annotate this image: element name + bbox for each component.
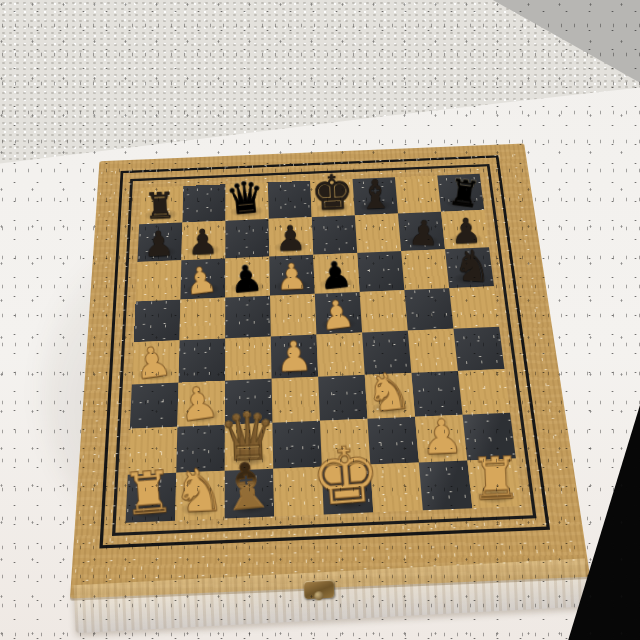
square-e1[interactable]: ♚ xyxy=(322,465,373,515)
piece-black-queen-c8[interactable]: ♛ xyxy=(224,177,266,221)
square-g7[interactable]: ♟ xyxy=(398,212,445,251)
square-d6[interactable]: ♟ xyxy=(269,255,315,296)
square-d4[interactable]: ♟ xyxy=(271,335,318,379)
chess-box: ♜♛♚♝♜♟♟♟♟♟♟♟♟♟♞♟♟♟♟♞♛♟♜♞♝♚♜ xyxy=(76,102,563,593)
square-b1[interactable]: ♞ xyxy=(175,471,225,521)
square-a6[interactable] xyxy=(136,260,182,301)
square-g8[interactable] xyxy=(395,175,441,213)
square-g6[interactable] xyxy=(401,249,449,290)
square-f6[interactable] xyxy=(357,251,404,292)
photo-stage: ♜♛♚♝♜♟♟♟♟♟♟♟♟♟♞♟♟♟♟♞♛♟♜♞♝♚♜ xyxy=(0,0,640,640)
square-c5[interactable] xyxy=(225,296,271,339)
square-c1[interactable]: ♝ xyxy=(225,469,275,519)
square-h1[interactable]: ♜ xyxy=(467,459,522,509)
piece-black-pawn-e6[interactable]: ♟ xyxy=(317,256,353,294)
piece-black-bishop-f8[interactable]: ♝ xyxy=(357,176,394,215)
square-d3[interactable] xyxy=(272,377,320,423)
pinstripe-outer: ♜♛♚♝♜♟♟♟♟♟♟♟♟♟♞♟♟♟♟♞♛♟♜♞♝♚♜ xyxy=(99,155,550,548)
piece-white-pawn-a4[interactable]: ♟ xyxy=(131,341,174,385)
pinstripe-inner: ♜♛♚♝♜♟♟♟♟♟♟♟♟♟♞♟♟♟♟♞♛♟♜♞♝♚♜ xyxy=(112,164,537,536)
square-h5[interactable] xyxy=(449,286,499,328)
square-b8[interactable] xyxy=(182,184,225,222)
square-h6[interactable]: ♞ xyxy=(445,247,494,288)
board-tilt: ♜♛♚♝♜♟♟♟♟♟♟♟♟♟♞♟♟♟♟♞♛♟♜♞♝♚♜ xyxy=(70,143,590,598)
square-f5[interactable] xyxy=(360,290,408,332)
square-f8[interactable]: ♝ xyxy=(353,177,398,215)
square-h4[interactable] xyxy=(453,327,504,371)
piece-black-pawn-a7[interactable]: ♟ xyxy=(143,227,175,261)
square-e7[interactable] xyxy=(312,215,357,254)
square-a5[interactable] xyxy=(134,299,181,342)
board-grid: ♜♛♚♝♜♟♟♟♟♟♟♟♟♟♞♟♟♟♟♞♛♟♜♞♝♚♜ xyxy=(126,174,522,523)
square-e6[interactable]: ♟ xyxy=(313,253,359,294)
piece-white-pawn-e5[interactable]: ♟ xyxy=(317,294,356,335)
square-e4[interactable] xyxy=(316,333,364,377)
square-g1[interactable] xyxy=(419,461,473,511)
piece-black-pawn-c6[interactable]: ♟ xyxy=(228,260,263,297)
brass-clasp-icon xyxy=(304,580,335,600)
piece-black-pawn-b7[interactable]: ♟ xyxy=(187,225,219,259)
piece-black-pawn-g7[interactable]: ♟ xyxy=(407,216,439,250)
piece-black-rook-h8[interactable]: ♜ xyxy=(446,174,482,212)
piece-black-king-e8[interactable]: ♚ xyxy=(310,169,355,216)
square-e3[interactable] xyxy=(318,375,367,421)
piece-white-rook-a1[interactable]: ♜ xyxy=(120,464,176,523)
square-c7[interactable] xyxy=(225,219,269,259)
piece-white-pawn-b3[interactable]: ♟ xyxy=(176,380,222,428)
square-a4[interactable]: ♟ xyxy=(132,340,180,384)
piece-black-pawn-d7[interactable]: ♟ xyxy=(274,222,306,256)
piece-white-pawn-d4[interactable]: ♟ xyxy=(275,337,314,378)
piece-white-pawn-d6[interactable]: ♟ xyxy=(275,259,309,295)
square-h3[interactable] xyxy=(458,369,510,415)
piece-white-knight-f3[interactable]: ♞ xyxy=(363,366,414,420)
square-a7[interactable]: ♟ xyxy=(137,222,182,262)
square-e5[interactable]: ♟ xyxy=(315,292,362,335)
piece-black-rook-a8[interactable]: ♜ xyxy=(143,188,176,223)
piece-white-king-e1[interactable]: ♚ xyxy=(308,436,383,515)
square-a1[interactable]: ♜ xyxy=(126,473,177,523)
square-b7[interactable]: ♟ xyxy=(181,221,225,261)
piece-black-knight-h6[interactable]: ♞ xyxy=(452,245,493,288)
square-c6[interactable]: ♟ xyxy=(225,257,270,298)
square-b5[interactable] xyxy=(179,298,225,341)
square-h8[interactable]: ♜ xyxy=(437,174,484,212)
square-g4[interactable] xyxy=(408,329,458,373)
square-b6[interactable]: ♟ xyxy=(180,258,225,299)
square-e8[interactable]: ♚ xyxy=(310,179,355,217)
piece-white-rook-h1[interactable]: ♜ xyxy=(469,450,523,507)
square-a3[interactable] xyxy=(130,383,179,429)
square-g5[interactable] xyxy=(404,288,453,330)
square-d8[interactable] xyxy=(268,181,312,219)
piece-white-knight-b1[interactable]: ♞ xyxy=(171,461,226,519)
piece-white-pawn-g2[interactable]: ♟ xyxy=(420,415,464,462)
square-f7[interactable] xyxy=(355,213,401,252)
square-d7[interactable]: ♟ xyxy=(269,217,314,257)
board-frame: ♜♛♚♝♜♟♟♟♟♟♟♟♟♟♞♟♟♟♟♞♛♟♜♞♝♚♜ xyxy=(70,143,590,598)
piece-white-pawn-b6[interactable]: ♟ xyxy=(183,262,219,300)
square-f3[interactable]: ♞ xyxy=(365,373,415,419)
square-g2[interactable]: ♟ xyxy=(415,415,467,463)
square-c4[interactable] xyxy=(225,336,272,380)
square-d5[interactable] xyxy=(270,294,316,337)
square-c8[interactable]: ♛ xyxy=(225,183,268,221)
square-a8[interactable]: ♜ xyxy=(139,186,183,224)
